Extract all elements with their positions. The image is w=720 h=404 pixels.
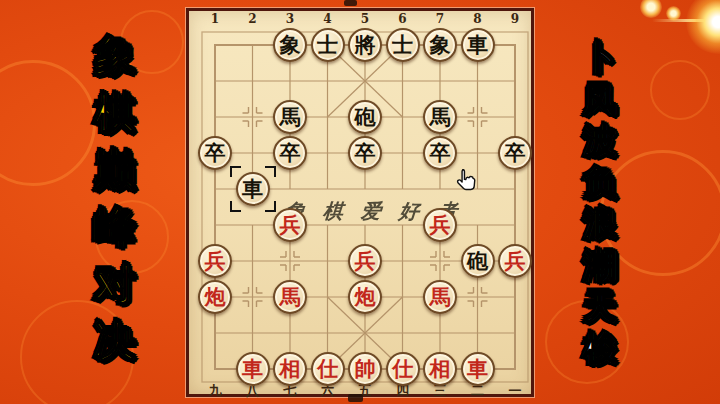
cropped-watermark bbox=[344, 0, 357, 6]
right-title-char: 波 bbox=[584, 124, 617, 166]
piece-glyph: 仕 bbox=[392, 358, 413, 379]
piece-red-elephant[interactable]: 相 bbox=[273, 352, 307, 386]
piece-glyph: 相 bbox=[280, 358, 301, 379]
piece-glyph: 馬 bbox=[280, 286, 301, 307]
right-title: 卜 凤 波 负 浪 潮 天 梭 bbox=[532, 41, 668, 373]
piece-black-cannon[interactable]: 砲 bbox=[461, 244, 495, 278]
left-title-char: 棋 bbox=[95, 93, 136, 150]
piece-glyph: 車 bbox=[467, 358, 488, 379]
left-title-char: 象 bbox=[95, 36, 136, 93]
left-title: 象 棋 巅 峰 对 决 bbox=[45, 36, 185, 378]
piece-red-elephant[interactable]: 相 bbox=[423, 352, 457, 386]
piece-red-horse[interactable]: 馬 bbox=[273, 280, 307, 314]
cropped-watermark bbox=[348, 394, 363, 402]
left-title-char: 峰 bbox=[95, 207, 136, 264]
xiangqi-board[interactable]: 123456789 九八七六五四三二一 象棋爱好者 象士將士象車馬砲馬卒卒卒卒卒… bbox=[186, 8, 534, 397]
piece-glyph: 砲 bbox=[467, 250, 488, 271]
sparkle-icon bbox=[666, 6, 681, 21]
file-number-top: 2 bbox=[241, 12, 265, 26]
right-title-char: 凤 bbox=[584, 83, 617, 125]
piece-black-cannon[interactable]: 砲 bbox=[348, 100, 382, 134]
right-title-char: 卜 bbox=[584, 41, 617, 83]
piece-red-pawn[interactable]: 兵 bbox=[273, 208, 307, 242]
piece-glyph: 炮 bbox=[355, 286, 376, 307]
piece-glyph: 兵 bbox=[205, 250, 226, 271]
piece-red-rook[interactable]: 車 bbox=[461, 352, 495, 386]
piece-glyph: 仕 bbox=[317, 358, 338, 379]
left-title-char: 决 bbox=[95, 321, 136, 378]
piece-glyph: 象 bbox=[430, 34, 451, 55]
piece-black-pawn[interactable]: 卒 bbox=[498, 136, 532, 170]
file-number-top: 8 bbox=[466, 12, 490, 26]
piece-glyph: 馬 bbox=[430, 106, 451, 127]
file-number-top: 5 bbox=[353, 12, 377, 26]
piece-red-cannon[interactable]: 炮 bbox=[348, 280, 382, 314]
piece-black-pawn[interactable]: 卒 bbox=[423, 136, 457, 170]
piece-black-rook[interactable]: 車 bbox=[461, 28, 495, 62]
piece-glyph: 卒 bbox=[280, 142, 301, 163]
right-title-char: 负 bbox=[584, 166, 617, 208]
piece-black-advisor[interactable]: 士 bbox=[386, 28, 420, 62]
piece-red-advisor[interactable]: 仕 bbox=[311, 352, 345, 386]
piece-glyph: 車 bbox=[242, 358, 263, 379]
file-number-bottom: 九 bbox=[203, 382, 227, 400]
left-title-char: 巅 bbox=[95, 150, 136, 207]
piece-black-pawn[interactable]: 卒 bbox=[273, 136, 307, 170]
piece-black-pawn[interactable]: 卒 bbox=[198, 136, 232, 170]
right-title-char: 梭 bbox=[584, 332, 617, 374]
file-number-top: 9 bbox=[503, 12, 527, 26]
piece-red-king[interactable]: 帥 bbox=[348, 352, 382, 386]
file-number-top: 7 bbox=[428, 12, 452, 26]
piece-red-pawn[interactable]: 兵 bbox=[498, 244, 532, 278]
piece-glyph: 相 bbox=[430, 358, 451, 379]
piece-glyph: 兵 bbox=[505, 250, 526, 271]
piece-glyph: 卒 bbox=[205, 142, 226, 163]
left-title-char: 对 bbox=[95, 264, 136, 321]
piece-glyph: 砲 bbox=[355, 106, 376, 127]
piece-glyph: 車 bbox=[242, 178, 263, 199]
piece-black-pawn[interactable]: 卒 bbox=[348, 136, 382, 170]
file-number-bottom: 一 bbox=[503, 382, 527, 400]
piece-glyph: 卒 bbox=[505, 142, 526, 163]
piece-glyph: 卒 bbox=[430, 142, 451, 163]
piece-red-pawn[interactable]: 兵 bbox=[198, 244, 232, 278]
stage: 象 棋 巅 峰 对 决 卜 凤 波 负 浪 潮 天 梭 123456789 九八… bbox=[0, 0, 720, 404]
piece-black-horse[interactable]: 馬 bbox=[423, 100, 457, 134]
right-title-char: 天 bbox=[584, 290, 617, 332]
piece-glyph: 卒 bbox=[355, 142, 376, 163]
piece-glyph: 兵 bbox=[355, 250, 376, 271]
piece-glyph: 兵 bbox=[430, 214, 451, 235]
sparkle-icon bbox=[686, 0, 720, 54]
piece-red-horse[interactable]: 馬 bbox=[423, 280, 457, 314]
piece-red-rook[interactable]: 車 bbox=[236, 352, 270, 386]
piece-glyph: 車 bbox=[467, 34, 488, 55]
piece-red-pawn[interactable]: 兵 bbox=[348, 244, 382, 278]
piece-black-elephant[interactable]: 象 bbox=[273, 28, 307, 62]
piece-red-advisor[interactable]: 仕 bbox=[386, 352, 420, 386]
piece-glyph: 馬 bbox=[430, 286, 451, 307]
piece-glyph: 士 bbox=[317, 34, 338, 55]
file-number-top: 3 bbox=[278, 12, 302, 26]
piece-black-king[interactable]: 將 bbox=[348, 28, 382, 62]
piece-glyph: 兵 bbox=[280, 214, 301, 235]
piece-glyph: 象 bbox=[280, 34, 301, 55]
piece-black-elephant[interactable]: 象 bbox=[423, 28, 457, 62]
sparkle-icon bbox=[640, 0, 662, 18]
piece-red-cannon[interactable]: 炮 bbox=[198, 280, 232, 314]
piece-glyph: 帥 bbox=[355, 358, 376, 379]
right-title-char: 浪 bbox=[584, 207, 617, 249]
piece-glyph: 將 bbox=[355, 34, 376, 55]
file-number-top: 1 bbox=[203, 12, 227, 26]
right-title-char: 潮 bbox=[584, 249, 617, 291]
file-number-top: 6 bbox=[391, 12, 415, 26]
piece-black-rook[interactable]: 車 bbox=[236, 172, 270, 206]
piece-red-pawn[interactable]: 兵 bbox=[423, 208, 457, 242]
piece-black-advisor[interactable]: 士 bbox=[311, 28, 345, 62]
file-number-top: 4 bbox=[316, 12, 340, 26]
sparkle-flare bbox=[652, 19, 720, 22]
piece-glyph: 馬 bbox=[280, 106, 301, 127]
piece-glyph: 炮 bbox=[205, 286, 226, 307]
piece-black-horse[interactable]: 馬 bbox=[273, 100, 307, 134]
piece-glyph: 士 bbox=[392, 34, 413, 55]
